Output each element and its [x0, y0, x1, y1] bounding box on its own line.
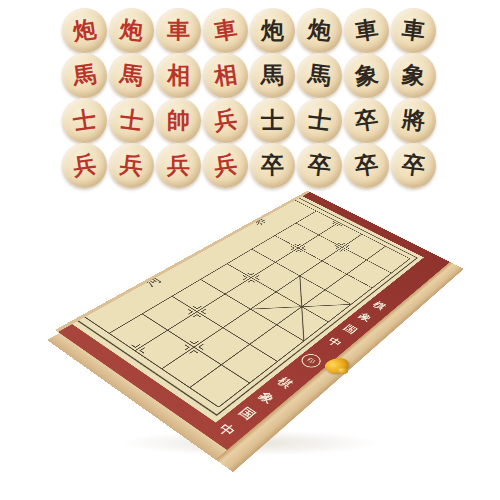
folded-xiangqi-board: 河 界 中国象棋 印 中国象棋 [0, 0, 500, 500]
board-plane: 河 界 中国象棋 印 中国象棋 [58, 192, 450, 450]
star-point-markers [131, 221, 365, 372]
seal-character: 印 [305, 356, 317, 366]
